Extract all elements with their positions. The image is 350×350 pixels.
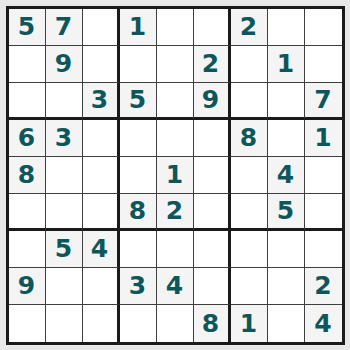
sudoku-board: 571292135976381814825549342814 <box>6 6 345 345</box>
cell-r5c3[interactable] <box>83 157 120 194</box>
cell-r2c4[interactable] <box>120 46 157 83</box>
cell-r8c5: 4 <box>157 268 194 305</box>
cell-r3c3: 3 <box>83 83 120 120</box>
cell-r2c1[interactable] <box>9 46 46 83</box>
cell-r5c6[interactable] <box>194 157 231 194</box>
cell-r4c3[interactable] <box>83 120 120 157</box>
cell-r2c8: 1 <box>268 46 305 83</box>
cell-r4c5[interactable] <box>157 120 194 157</box>
cell-r8c4: 3 <box>120 268 157 305</box>
cell-r6c4: 8 <box>120 194 157 231</box>
cell-r4c6[interactable] <box>194 120 231 157</box>
cell-r3c2[interactable] <box>46 83 83 120</box>
sudoku-page: 571292135976381814825549342814 <box>0 0 350 350</box>
cell-r7c8[interactable] <box>268 231 305 268</box>
cell-r1c8[interactable] <box>268 9 305 46</box>
cell-r1c1: 5 <box>9 9 46 46</box>
cell-r2c3[interactable] <box>83 46 120 83</box>
cell-r5c1: 8 <box>9 157 46 194</box>
cell-r2c5[interactable] <box>157 46 194 83</box>
cell-r8c7[interactable] <box>231 268 268 305</box>
cell-r7c2: 5 <box>46 231 83 268</box>
cell-r1c7: 2 <box>231 9 268 46</box>
cell-r7c3: 4 <box>83 231 120 268</box>
cell-r4c2: 3 <box>46 120 83 157</box>
cell-r1c3[interactable] <box>83 9 120 46</box>
cell-r3c8[interactable] <box>268 83 305 120</box>
cell-r4c1: 6 <box>9 120 46 157</box>
cell-r9c8[interactable] <box>268 305 305 342</box>
cell-r3c1[interactable] <box>9 83 46 120</box>
cell-r5c4[interactable] <box>120 157 157 194</box>
cell-r4c4[interactable] <box>120 120 157 157</box>
cell-r9c6: 8 <box>194 305 231 342</box>
cell-r1c5[interactable] <box>157 9 194 46</box>
cell-r9c7: 1 <box>231 305 268 342</box>
cell-r6c7[interactable] <box>231 194 268 231</box>
cell-r5c9[interactable] <box>305 157 342 194</box>
cell-r9c2[interactable] <box>46 305 83 342</box>
cell-r7c6[interactable] <box>194 231 231 268</box>
cell-r8c6[interactable] <box>194 268 231 305</box>
cell-r8c2[interactable] <box>46 268 83 305</box>
cell-r3c9: 7 <box>305 83 342 120</box>
cell-r4c7: 8 <box>231 120 268 157</box>
cell-r9c4[interactable] <box>120 305 157 342</box>
cell-r6c2[interactable] <box>46 194 83 231</box>
cell-r2c9[interactable] <box>305 46 342 83</box>
cell-r3c7[interactable] <box>231 83 268 120</box>
cell-r4c8[interactable] <box>268 120 305 157</box>
cell-r2c2: 9 <box>46 46 83 83</box>
cell-r9c9: 4 <box>305 305 342 342</box>
cell-r6c8: 5 <box>268 194 305 231</box>
cell-r8c3[interactable] <box>83 268 120 305</box>
cell-r1c4: 1 <box>120 9 157 46</box>
cell-r9c3[interactable] <box>83 305 120 342</box>
cell-r6c3[interactable] <box>83 194 120 231</box>
cell-r7c5[interactable] <box>157 231 194 268</box>
cell-r8c8[interactable] <box>268 268 305 305</box>
cell-r4c9: 1 <box>305 120 342 157</box>
cell-r5c5: 1 <box>157 157 194 194</box>
cell-r8c1: 9 <box>9 268 46 305</box>
cell-r6c9[interactable] <box>305 194 342 231</box>
cell-r3c6: 9 <box>194 83 231 120</box>
cell-r9c1[interactable] <box>9 305 46 342</box>
cell-r1c6[interactable] <box>194 9 231 46</box>
cell-r7c7[interactable] <box>231 231 268 268</box>
cell-r1c2: 7 <box>46 9 83 46</box>
cell-r3c5[interactable] <box>157 83 194 120</box>
cell-r6c5: 2 <box>157 194 194 231</box>
cell-r6c1[interactable] <box>9 194 46 231</box>
cell-r2c7[interactable] <box>231 46 268 83</box>
cell-r5c8: 4 <box>268 157 305 194</box>
cell-r9c5[interactable] <box>157 305 194 342</box>
cell-r2c6: 2 <box>194 46 231 83</box>
cell-r3c4: 5 <box>120 83 157 120</box>
cell-r8c9: 2 <box>305 268 342 305</box>
cell-r7c1[interactable] <box>9 231 46 268</box>
cell-r7c4[interactable] <box>120 231 157 268</box>
cell-r1c9[interactable] <box>305 9 342 46</box>
cell-r7c9[interactable] <box>305 231 342 268</box>
cell-r6c6[interactable] <box>194 194 231 231</box>
cell-r5c7[interactable] <box>231 157 268 194</box>
cell-r5c2[interactable] <box>46 157 83 194</box>
